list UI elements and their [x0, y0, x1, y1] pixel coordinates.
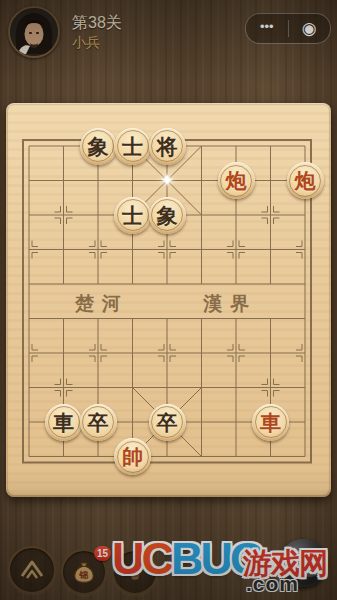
river-label-left: 楚河 — [72, 291, 132, 317]
exit-button[interactable]: ◉ — [289, 20, 331, 37]
piece-red-cannon[interactable]: 炮 — [287, 162, 324, 199]
help-button[interactable] — [112, 549, 158, 595]
piece-char: 象 — [88, 136, 109, 157]
piece-char: 士 — [122, 136, 143, 157]
piece-char: 士 — [122, 205, 143, 226]
piece-char: 炮 — [226, 170, 247, 191]
stone-highlight — [279, 539, 327, 587]
avatar-portrait — [10, 8, 58, 56]
miniprogram-capsule: ••• ◉ — [245, 13, 331, 44]
chevron-up-icon — [17, 555, 47, 585]
piece-red-chariot[interactable]: 車 — [252, 404, 289, 441]
piece-black-advisor[interactable]: 士 — [114, 128, 151, 165]
piece-black-advisor[interactable]: 士 — [114, 197, 151, 234]
piece-char: 卒 — [88, 412, 109, 433]
piece-char: 象 — [157, 205, 178, 226]
piece-char: 車 — [260, 412, 281, 433]
avatar[interactable] — [8, 6, 60, 58]
bag-char: 锦 — [80, 568, 89, 581]
level-title: 第38关 — [72, 13, 122, 34]
more-button[interactable]: ••• — [246, 20, 288, 37]
menu-up-button[interactable] — [8, 546, 56, 594]
piece-black-general[interactable]: 将 — [149, 128, 186, 165]
piece-black-soldier[interactable]: 卒 — [149, 404, 186, 441]
piece-red-general[interactable]: 帥 — [114, 438, 151, 475]
watermark-letter: B — [171, 533, 201, 584]
hint-bag-button[interactable]: 锦 15 — [61, 549, 107, 595]
piece-char: 卒 — [157, 412, 178, 433]
piece-black-chariot[interactable]: 車 — [45, 404, 82, 441]
piece-red-cannon[interactable]: 炮 — [218, 162, 255, 199]
rank-label: 小兵 — [72, 34, 100, 52]
watermark-letter: G — [230, 533, 262, 584]
piece-char: 炮 — [295, 170, 316, 191]
river-label-right: 漢界 — [200, 291, 260, 317]
hint-count-badge: 15 — [94, 546, 111, 561]
game-screen: 第38关 小兵 ••• ◉ — [0, 0, 337, 600]
piece-char: 将 — [157, 136, 178, 157]
piece-char: 車 — [53, 412, 74, 433]
watermark-letter: U — [201, 533, 231, 584]
dark-stone-button[interactable] — [279, 539, 327, 587]
piece-black-elephant[interactable]: 象 — [80, 128, 117, 165]
scroll-icon — [122, 559, 148, 585]
piece-black-soldier[interactable]: 卒 — [80, 404, 117, 441]
piece-black-elephant[interactable]: 象 — [149, 197, 186, 234]
piece-char: 帥 — [122, 446, 143, 467]
